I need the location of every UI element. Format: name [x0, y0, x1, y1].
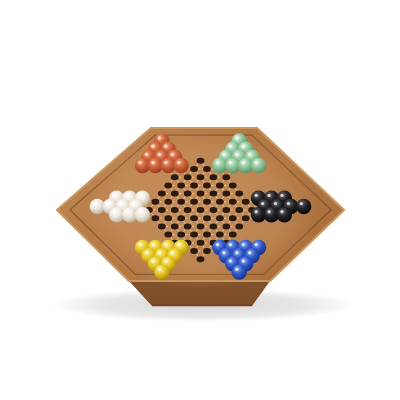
marble-highlight: [138, 243, 141, 246]
marble-highlight: [235, 136, 238, 139]
marble-highlight: [125, 194, 128, 197]
marble-red[interactable]: [173, 158, 188, 173]
marble-highlight: [158, 136, 161, 139]
hole[interactable]: [151, 215, 159, 221]
hole[interactable]: [229, 199, 237, 205]
marble-highlight: [151, 145, 154, 148]
hole[interactable]: [171, 223, 179, 229]
hole[interactable]: [222, 191, 230, 197]
hole[interactable]: [210, 223, 218, 229]
marble-highlight: [235, 251, 238, 254]
marble-highlight: [177, 243, 180, 246]
marble-highlight: [145, 153, 148, 156]
hole[interactable]: [229, 232, 237, 238]
hole[interactable]: [197, 223, 205, 229]
marble-highlight: [164, 161, 167, 164]
marble-highlight: [164, 145, 167, 148]
marble-highlight: [254, 194, 257, 197]
hole[interactable]: [216, 199, 224, 205]
hole[interactable]: [164, 232, 172, 238]
marble-green[interactable]: [251, 158, 266, 173]
hole[interactable]: [242, 215, 250, 221]
hole[interactable]: [197, 207, 205, 213]
hole[interactable]: [190, 232, 198, 238]
marble-highlight: [229, 161, 232, 164]
hole[interactable]: [229, 215, 237, 221]
marble-highlight: [222, 251, 225, 254]
hole[interactable]: [222, 223, 230, 229]
hole[interactable]: [171, 207, 179, 213]
chinese-checkers-board: [0, 0, 400, 400]
hole[interactable]: [229, 182, 237, 188]
hole[interactable]: [222, 174, 230, 180]
hole[interactable]: [203, 215, 211, 221]
hole[interactable]: [184, 207, 192, 213]
hole[interactable]: [158, 207, 166, 213]
marble-highlight: [229, 145, 232, 148]
marble-highlight: [242, 161, 245, 164]
hole[interactable]: [216, 232, 224, 238]
hole[interactable]: [171, 191, 179, 197]
marble-highlight: [119, 202, 122, 205]
hole[interactable]: [177, 199, 185, 205]
marble-highlight: [138, 210, 141, 213]
marble-highlight: [254, 210, 257, 213]
hole[interactable]: [222, 207, 230, 213]
hole[interactable]: [197, 174, 205, 180]
hole[interactable]: [210, 207, 218, 213]
hole[interactable]: [203, 182, 211, 188]
hole[interactable]: [210, 174, 218, 180]
marble-highlight: [229, 243, 232, 246]
hole[interactable]: [184, 223, 192, 229]
hole[interactable]: [158, 191, 166, 197]
marble-highlight: [164, 243, 167, 246]
marble-blue[interactable]: [232, 264, 247, 279]
hole[interactable]: [203, 199, 211, 205]
marble-highlight: [242, 243, 245, 246]
marble-highlight: [158, 251, 161, 254]
hole[interactable]: [235, 207, 243, 213]
marble-highlight: [254, 161, 257, 164]
hole[interactable]: [164, 199, 172, 205]
hole[interactable]: [177, 232, 185, 238]
marble-highlight: [267, 210, 270, 213]
marble-highlight: [229, 259, 232, 262]
marble-highlight: [171, 251, 174, 254]
marble-highlight: [93, 202, 96, 205]
hole[interactable]: [164, 215, 172, 221]
hole[interactable]: [177, 215, 185, 221]
marble-highlight: [132, 202, 135, 205]
hole[interactable]: [197, 158, 205, 164]
hole[interactable]: [197, 240, 205, 246]
hole[interactable]: [171, 174, 179, 180]
marble-white[interactable]: [135, 207, 150, 222]
marble-highlight: [267, 194, 270, 197]
marble-highlight: [254, 243, 257, 246]
marble-highlight: [158, 153, 161, 156]
marble-highlight: [300, 202, 303, 205]
hole[interactable]: [197, 191, 205, 197]
marble-highlight: [151, 161, 154, 164]
marble-highlight: [164, 259, 167, 262]
marble-yellow[interactable]: [154, 264, 169, 279]
hole[interactable]: [151, 199, 159, 205]
marble-highlight: [138, 161, 141, 164]
hole[interactable]: [235, 223, 243, 229]
marble-highlight: [248, 251, 251, 254]
marble-highlight: [216, 243, 219, 246]
marble-highlight: [280, 194, 283, 197]
hole[interactable]: [216, 182, 224, 188]
hole[interactable]: [203, 248, 211, 254]
hole[interactable]: [235, 191, 243, 197]
marble-highlight: [287, 202, 290, 205]
marble-highlight: [242, 145, 245, 148]
marble-highlight: [280, 210, 283, 213]
hole[interactable]: [197, 256, 205, 262]
hole[interactable]: [190, 248, 198, 254]
marble-black[interactable]: [296, 199, 311, 214]
marble-highlight: [113, 194, 116, 197]
hole[interactable]: [242, 199, 250, 205]
hole[interactable]: [164, 182, 172, 188]
marble-highlight: [235, 153, 238, 156]
marble-highlight: [151, 259, 154, 262]
marble-highlight: [151, 243, 154, 246]
hole[interactable]: [190, 166, 198, 172]
hole[interactable]: [210, 191, 218, 197]
hole[interactable]: [216, 215, 224, 221]
marble-highlight: [216, 161, 219, 164]
marble-highlight: [145, 251, 148, 254]
hole[interactable]: [203, 232, 211, 238]
marble-highlight: [248, 153, 251, 156]
marble-highlight: [242, 259, 245, 262]
marble-highlight: [261, 202, 264, 205]
marble-highlight: [106, 202, 109, 205]
hole[interactable]: [203, 166, 211, 172]
marble-highlight: [222, 153, 225, 156]
hole[interactable]: [158, 223, 166, 229]
marble-black[interactable]: [277, 207, 292, 222]
marble-highlight: [171, 153, 174, 156]
hole[interactable]: [184, 191, 192, 197]
hole[interactable]: [177, 182, 185, 188]
hole[interactable]: [190, 215, 198, 221]
marble-highlight: [177, 161, 180, 164]
hole[interactable]: [184, 174, 192, 180]
marble-highlight: [138, 194, 141, 197]
marble-highlight: [113, 210, 116, 213]
marble-highlight: [274, 202, 277, 205]
hole[interactable]: [190, 182, 198, 188]
marble-highlight: [235, 268, 238, 271]
hole[interactable]: [190, 199, 198, 205]
chinese-checkers-scene: [0, 0, 400, 400]
marble-highlight: [125, 210, 128, 213]
marble-highlight: [158, 268, 161, 271]
